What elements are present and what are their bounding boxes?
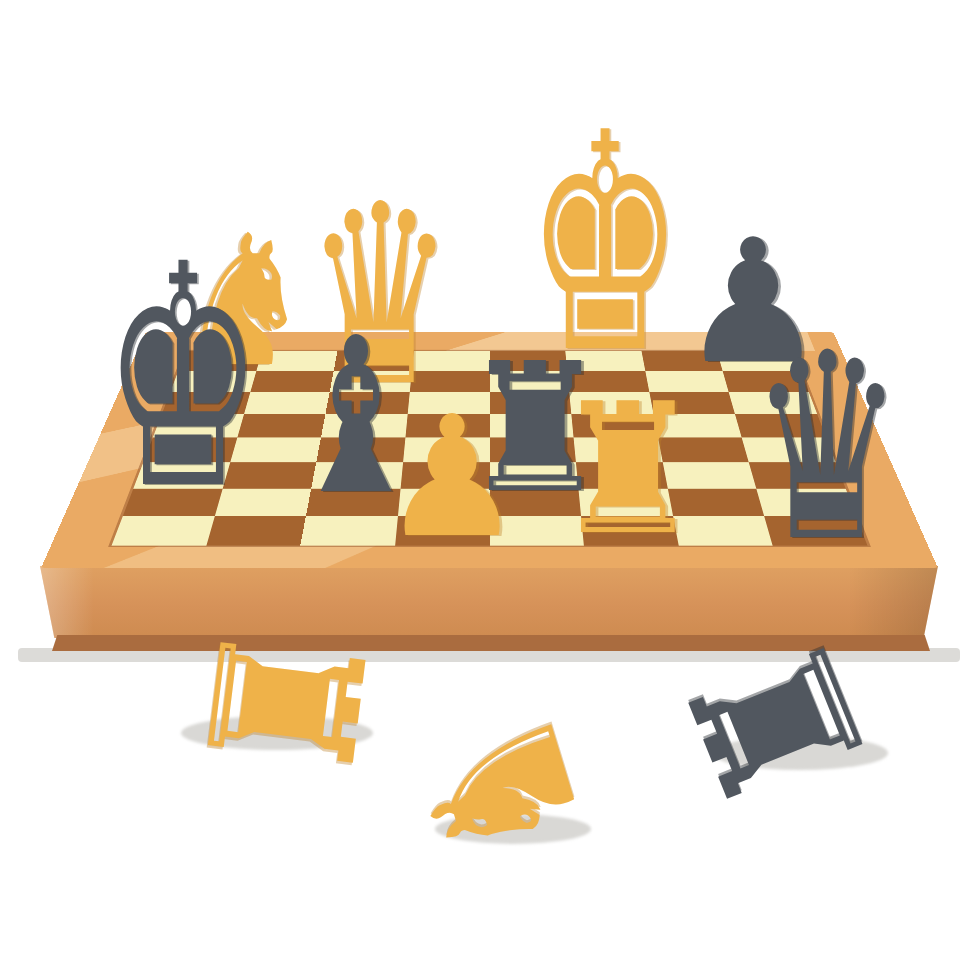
piece-fallen-white-knight[interactable]: ♞	[409, 697, 592, 882]
piece-white-rook[interactable]: ♜	[553, 402, 702, 538]
piece-fallen-white-rook[interactable]: ♜	[199, 611, 368, 793]
piece-black-queen[interactable]: ♛	[751, 352, 904, 546]
chess-illustration: ♞♛♚♟♚♝♜♟♜♛♜♞♜	[0, 0, 980, 980]
piece-white-king[interactable]: ♚	[527, 132, 684, 358]
piece-white-pawn[interactable]: ♟	[381, 415, 523, 540]
piece-fallen-black-rook[interactable]: ♜	[679, 617, 880, 826]
piece-black-king[interactable]: ♚	[103, 263, 263, 493]
pieces-layer: ♞♛♚♟♚♝♜♟♜♛♜♞♜	[0, 0, 980, 980]
